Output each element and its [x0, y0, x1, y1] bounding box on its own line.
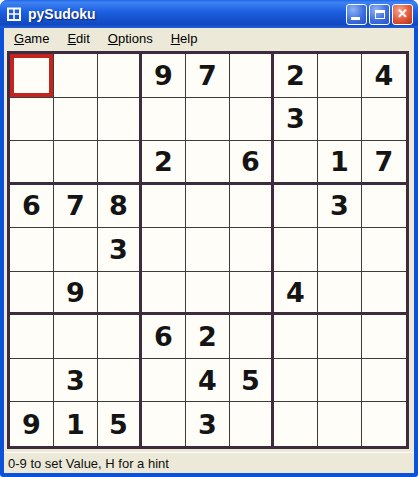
cell-r4c5[interactable]	[186, 185, 230, 229]
menu-edit[interactable]: Edit	[65, 30, 91, 47]
menu-help[interactable]: Help	[169, 30, 200, 47]
title-bar[interactable]: pySudoku ✕	[0, 0, 418, 28]
cell-r2c7[interactable]: 3	[274, 98, 318, 142]
cell-r5c7[interactable]	[274, 228, 318, 272]
cell-r7c4[interactable]: 6	[142, 315, 186, 359]
cell-r2c1[interactable]	[10, 98, 54, 142]
app-window: pySudoku ✕ Game Edit Options Help 972432…	[0, 0, 418, 477]
maximize-icon	[375, 10, 385, 19]
cell-r6c9[interactable]	[362, 272, 406, 316]
cell-r8c9[interactable]	[362, 359, 406, 403]
cell-r4c7[interactable]	[274, 185, 318, 229]
cell-r3c9[interactable]: 7	[362, 141, 406, 185]
cell-r7c1[interactable]	[10, 315, 54, 359]
cell-r2c3[interactable]	[98, 98, 142, 142]
cell-r7c2[interactable]	[54, 315, 98, 359]
cell-r7c8[interactable]	[318, 315, 362, 359]
cell-r4c3[interactable]: 8	[98, 185, 142, 229]
cell-r9c6[interactable]	[230, 402, 274, 446]
cell-r4c9[interactable]	[362, 185, 406, 229]
menu-options[interactable]: Options	[106, 30, 155, 47]
cell-r9c5[interactable]: 3	[186, 402, 230, 446]
cell-r6c1[interactable]	[10, 272, 54, 316]
cell-r6c4[interactable]	[142, 272, 186, 316]
cell-r2c9[interactable]	[362, 98, 406, 142]
cell-r9c3[interactable]: 5	[98, 402, 142, 446]
cell-r6c8[interactable]	[318, 272, 362, 316]
cell-r9c4[interactable]	[142, 402, 186, 446]
cell-r1c7[interactable]: 2	[274, 54, 318, 98]
cell-r5c8[interactable]	[318, 228, 362, 272]
cell-r7c3[interactable]	[98, 315, 142, 359]
cell-r3c7[interactable]	[274, 141, 318, 185]
cell-r5c9[interactable]	[362, 228, 406, 272]
cell-r6c2[interactable]: 9	[54, 272, 98, 316]
cell-r9c8[interactable]	[318, 402, 362, 446]
cell-r2c5[interactable]	[186, 98, 230, 142]
board-area: 9724326176783394623459153	[4, 49, 414, 452]
cell-r9c7[interactable]	[274, 402, 318, 446]
cell-r9c2[interactable]: 1	[54, 402, 98, 446]
cell-r5c6[interactable]	[230, 228, 274, 272]
maximize-button[interactable]	[369, 4, 390, 25]
cell-r6c5[interactable]	[186, 272, 230, 316]
cell-r7c6[interactable]	[230, 315, 274, 359]
cell-r4c1[interactable]: 6	[10, 185, 54, 229]
cell-r7c7[interactable]	[274, 315, 318, 359]
cell-r7c5[interactable]: 2	[186, 315, 230, 359]
cell-r4c2[interactable]: 7	[54, 185, 98, 229]
cell-r4c4[interactable]	[142, 185, 186, 229]
sudoku-grid: 9724326176783394623459153	[7, 51, 409, 449]
cell-r5c1[interactable]	[10, 228, 54, 272]
cell-r8c4[interactable]	[142, 359, 186, 403]
cell-r3c6[interactable]: 6	[230, 141, 274, 185]
window-title: pySudoku	[28, 6, 344, 22]
close-button[interactable]: ✕	[392, 4, 413, 25]
cell-r8c6[interactable]: 5	[230, 359, 274, 403]
cell-r3c2[interactable]	[54, 141, 98, 185]
cell-r5c3[interactable]: 3	[98, 228, 142, 272]
cell-r5c4[interactable]	[142, 228, 186, 272]
cell-r2c2[interactable]	[54, 98, 98, 142]
cell-r1c9[interactable]: 4	[362, 54, 406, 98]
cell-r8c2[interactable]: 3	[54, 359, 98, 403]
client-area: Game Edit Options Help 97243261767833946…	[4, 28, 414, 473]
cell-r3c1[interactable]	[10, 141, 54, 185]
cell-r1c1[interactable]	[10, 54, 54, 98]
cell-r1c4[interactable]: 9	[142, 54, 186, 98]
cell-r3c3[interactable]	[98, 141, 142, 185]
cell-r2c8[interactable]	[318, 98, 362, 142]
cell-r7c9[interactable]	[362, 315, 406, 359]
cell-r5c5[interactable]	[186, 228, 230, 272]
cell-r3c5[interactable]	[186, 141, 230, 185]
cell-r3c8[interactable]: 1	[318, 141, 362, 185]
cell-r3c4[interactable]: 2	[142, 141, 186, 185]
cell-r1c6[interactable]	[230, 54, 274, 98]
cell-r5c2[interactable]	[54, 228, 98, 272]
cell-r1c3[interactable]	[98, 54, 142, 98]
cell-r8c1[interactable]	[10, 359, 54, 403]
menu-game[interactable]: Game	[12, 30, 51, 47]
status-text: 0-9 to set Value, H for a hint	[8, 456, 169, 471]
cell-r4c8[interactable]: 3	[318, 185, 362, 229]
close-icon: ✕	[397, 7, 408, 20]
cell-r6c7[interactable]: 4	[274, 272, 318, 316]
minimize-button[interactable]	[346, 4, 367, 25]
menu-bar: Game Edit Options Help	[4, 28, 414, 49]
cell-r9c1[interactable]: 9	[10, 402, 54, 446]
cell-r2c6[interactable]	[230, 98, 274, 142]
cell-r8c5[interactable]: 4	[186, 359, 230, 403]
cell-r9c9[interactable]	[362, 402, 406, 446]
cell-r1c5[interactable]: 7	[186, 54, 230, 98]
cell-r6c3[interactable]	[98, 272, 142, 316]
app-icon[interactable]	[6, 6, 23, 23]
status-bar: 0-9 to set Value, H for a hint	[4, 452, 414, 473]
cell-r8c7[interactable]	[274, 359, 318, 403]
minimize-icon	[351, 17, 360, 20]
cell-r2c4[interactable]	[142, 98, 186, 142]
cell-r8c3[interactable]	[98, 359, 142, 403]
cell-r4c6[interactable]	[230, 185, 274, 229]
cell-r1c8[interactable]	[318, 54, 362, 98]
cell-r1c2[interactable]	[54, 54, 98, 98]
cell-r8c8[interactable]	[318, 359, 362, 403]
cell-r6c6[interactable]	[230, 272, 274, 316]
